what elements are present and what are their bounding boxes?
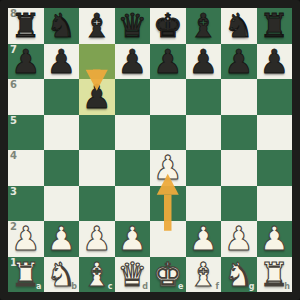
square-c6[interactable]: ♟ [79, 79, 115, 115]
square-f7[interactable]: ♟ [186, 44, 222, 80]
square-d6[interactable] [115, 79, 151, 115]
rank-label: 4 [10, 151, 17, 161]
square-h3[interactable] [257, 186, 293, 222]
piece-white-rook[interactable]: ♜ [257, 257, 293, 293]
square-a8[interactable]: 8♜ [8, 8, 44, 44]
square-g5[interactable] [221, 115, 257, 151]
piece-white-pawn[interactable]: ♟ [115, 221, 151, 257]
square-a5[interactable]: 5 [8, 115, 44, 151]
square-h1[interactable]: h♜ [257, 257, 293, 293]
square-b7[interactable]: ♟ [44, 44, 80, 80]
square-f8[interactable]: ♝ [186, 8, 222, 44]
piece-black-rook[interactable]: ♜ [257, 8, 293, 44]
rank-label: 5 [10, 116, 17, 126]
piece-black-bishop[interactable]: ♝ [79, 8, 115, 44]
square-f1[interactable]: f♝ [186, 257, 222, 293]
square-e5[interactable] [150, 115, 186, 151]
rank-label: 6 [10, 80, 17, 90]
chess-board: 8♜♞♝♛♚♝♞♜7♟♟♟♟♟♟♟6♟54♟32♟♟♟♟♟♟♟1a♜b♞c♝d♛… [0, 0, 300, 300]
piece-white-king[interactable]: ♚ [150, 257, 186, 293]
square-d1[interactable]: d♛ [115, 257, 151, 293]
square-h2[interactable]: ♟ [257, 221, 293, 257]
piece-white-pawn[interactable]: ♟ [257, 221, 293, 257]
square-e3[interactable] [150, 186, 186, 222]
square-e7[interactable]: ♟ [150, 44, 186, 80]
square-c8[interactable]: ♝ [79, 8, 115, 44]
piece-white-pawn[interactable]: ♟ [8, 221, 44, 257]
square-h8[interactable]: ♜ [257, 8, 293, 44]
square-h4[interactable] [257, 150, 293, 186]
square-d4[interactable] [115, 150, 151, 186]
square-h6[interactable] [257, 79, 293, 115]
piece-black-pawn[interactable]: ♟ [221, 44, 257, 80]
piece-black-pawn[interactable]: ♟ [79, 79, 115, 115]
square-c2[interactable]: ♟ [79, 221, 115, 257]
piece-black-pawn[interactable]: ♟ [115, 44, 151, 80]
square-d8[interactable]: ♛ [115, 8, 151, 44]
square-e4[interactable]: ♟ [150, 150, 186, 186]
piece-white-pawn[interactable]: ♟ [186, 221, 222, 257]
square-g2[interactable]: ♟ [221, 221, 257, 257]
square-b6[interactable] [44, 79, 80, 115]
piece-black-bishop[interactable]: ♝ [186, 8, 222, 44]
piece-black-pawn[interactable]: ♟ [150, 44, 186, 80]
square-g8[interactable]: ♞ [221, 8, 257, 44]
square-g6[interactable] [221, 79, 257, 115]
square-c4[interactable] [79, 150, 115, 186]
piece-white-knight[interactable]: ♞ [221, 257, 257, 293]
square-e8[interactable]: ♚ [150, 8, 186, 44]
piece-white-bishop[interactable]: ♝ [186, 257, 222, 293]
square-f5[interactable] [186, 115, 222, 151]
square-f4[interactable] [186, 150, 222, 186]
piece-white-pawn[interactable]: ♟ [221, 221, 257, 257]
square-a1[interactable]: 1a♜ [8, 257, 44, 293]
square-c1[interactable]: c♝ [79, 257, 115, 293]
square-b2[interactable]: ♟ [44, 221, 80, 257]
square-f2[interactable]: ♟ [186, 221, 222, 257]
piece-white-pawn[interactable]: ♟ [44, 221, 80, 257]
square-f3[interactable] [186, 186, 222, 222]
square-b4[interactable] [44, 150, 80, 186]
square-d3[interactable] [115, 186, 151, 222]
square-d7[interactable]: ♟ [115, 44, 151, 80]
piece-white-rook[interactable]: ♜ [8, 257, 44, 293]
square-e2[interactable] [150, 221, 186, 257]
square-h7[interactable]: ♟ [257, 44, 293, 80]
square-b8[interactable]: ♞ [44, 8, 80, 44]
piece-black-knight[interactable]: ♞ [44, 8, 80, 44]
piece-black-knight[interactable]: ♞ [221, 8, 257, 44]
piece-black-pawn[interactable]: ♟ [44, 44, 80, 80]
board-grid: 8♜♞♝♛♚♝♞♜7♟♟♟♟♟♟♟6♟54♟32♟♟♟♟♟♟♟1a♜b♞c♝d♛… [8, 8, 292, 292]
square-b3[interactable] [44, 186, 80, 222]
piece-black-pawn[interactable]: ♟ [8, 44, 44, 80]
rank-label: 3 [10, 187, 17, 197]
square-g1[interactable]: g♞ [221, 257, 257, 293]
square-a2[interactable]: 2♟ [8, 221, 44, 257]
square-d2[interactable]: ♟ [115, 221, 151, 257]
square-c7[interactable] [79, 44, 115, 80]
square-b5[interactable] [44, 115, 80, 151]
piece-black-rook[interactable]: ♜ [8, 8, 44, 44]
square-e6[interactable] [150, 79, 186, 115]
square-g3[interactable] [221, 186, 257, 222]
square-a6[interactable]: 6 [8, 79, 44, 115]
square-c5[interactable] [79, 115, 115, 151]
piece-white-pawn[interactable]: ♟ [79, 221, 115, 257]
square-a3[interactable]: 3 [8, 186, 44, 222]
piece-white-knight[interactable]: ♞ [44, 257, 80, 293]
square-d5[interactable] [115, 115, 151, 151]
square-e1[interactable]: e♚ [150, 257, 186, 293]
square-h5[interactable] [257, 115, 293, 151]
square-c3[interactable] [79, 186, 115, 222]
piece-black-pawn[interactable]: ♟ [257, 44, 293, 80]
square-b1[interactable]: b♞ [44, 257, 80, 293]
piece-white-queen[interactable]: ♛ [115, 257, 151, 293]
piece-black-pawn[interactable]: ♟ [186, 44, 222, 80]
piece-white-bishop[interactable]: ♝ [79, 257, 115, 293]
square-f6[interactable] [186, 79, 222, 115]
piece-white-pawn[interactable]: ♟ [150, 150, 186, 186]
square-g4[interactable] [221, 150, 257, 186]
piece-black-queen[interactable]: ♛ [115, 8, 151, 44]
square-g7[interactable]: ♟ [221, 44, 257, 80]
square-a4[interactable]: 4 [8, 150, 44, 186]
piece-black-king[interactable]: ♚ [150, 8, 186, 44]
square-a7[interactable]: 7♟ [8, 44, 44, 80]
